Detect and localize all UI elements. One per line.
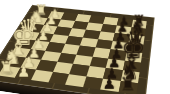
square-h6[interactable] [83,76,104,89]
square-e6[interactable] [92,47,110,58]
photo-scene: ♜♟♟♜♞♟♟♞♝♟♟♝♛♟♟♛♚♟♟♚♝♟♟♝♞♟♟♞♜♟♟♜ [0,0,170,94]
square-b4[interactable] [72,21,89,30]
square-h8[interactable]: ♜ [118,81,138,94]
square-c7[interactable]: ♟ [113,33,130,43]
chess-board: ♜♟♟♜♞♟♟♞♝♟♟♝♛♟♟♛♚♟♟♚♝♟♟♝♞♟♟♞♜♟♟♜ [0,5,155,94]
square-f6[interactable] [89,56,108,68]
board-grid: ♜♟♟♜♞♟♟♞♝♟♟♝♛♟♟♛♚♟♟♚♝♟♟♝♞♟♟♞♜♟♟♜ [0,10,147,94]
square-h5[interactable] [65,74,86,87]
square-e2[interactable]: ♟ [30,40,49,50]
square-h7[interactable]: ♟ [100,78,120,92]
square-c8[interactable]: ♝ [128,35,145,45]
